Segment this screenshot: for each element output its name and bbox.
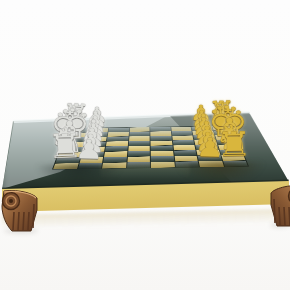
square-h3[interactable] [102, 162, 126, 168]
bronze-leg-left-icon [0, 188, 40, 232]
piece-black-pawn-h7[interactable]: ♟ [195, 134, 224, 161]
bronze-leg-right-icon [268, 183, 290, 227]
rim-reflection [2, 209, 289, 229]
chess-set-photo: Luxury metal chess set on a glossy green… [0, 0, 290, 290]
piece-white-rook-h1[interactable]: ♜ [47, 130, 84, 164]
square-h5[interactable] [151, 162, 175, 168]
square-h4[interactable] [127, 162, 150, 168]
